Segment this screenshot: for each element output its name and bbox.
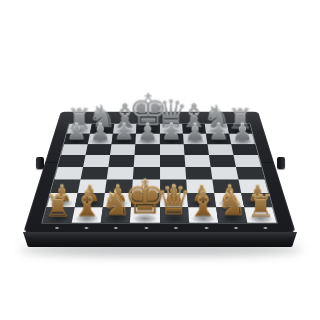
square-g5 xyxy=(209,155,236,167)
chess-board-frame: ♜♞♝♚♛♝♞♜♟♟♟♟♟♟♟♟♟♟♟♟♟♟♟♟♜♝♞♚♛♝♞♜ xyxy=(23,112,296,233)
square-a6 xyxy=(61,144,88,155)
rivet-dot-icon xyxy=(264,227,268,229)
square-a5 xyxy=(58,155,86,167)
square-h1: ♜ xyxy=(244,207,276,222)
square-h6 xyxy=(231,144,258,155)
square-h5 xyxy=(233,155,261,167)
square-h4 xyxy=(236,167,265,180)
square-g6 xyxy=(207,144,233,155)
square-c6 xyxy=(110,144,135,155)
chess-board-grid: ♜♞♝♚♛♝♞♜♟♟♟♟♟♟♟♟♟♟♟♟♟♟♟♟♜♝♞♚♛♝♞♜ xyxy=(41,124,278,224)
square-d6 xyxy=(135,144,160,155)
rivet-dot-icon xyxy=(204,227,208,229)
rivet-dot-icon xyxy=(115,227,119,229)
board-frame-front xyxy=(23,232,297,247)
square-e5 xyxy=(160,155,185,167)
square-b6 xyxy=(86,144,112,155)
rivet-dot-icon xyxy=(55,227,59,229)
rivet-dot-icon xyxy=(234,227,238,229)
rivet-dot-icon xyxy=(85,227,89,229)
square-e6 xyxy=(160,144,185,155)
rivet-dot-icon xyxy=(145,227,149,229)
square-a4 xyxy=(54,167,83,180)
square-d5 xyxy=(134,155,159,167)
gold-rook-piece: ♜ xyxy=(227,190,297,221)
square-h7: ♟ xyxy=(229,134,255,144)
square-c5 xyxy=(109,155,135,167)
product-photo-stage: ♜♞♝♚♛♝♞♜♟♟♟♟♟♟♟♟♟♟♟♟♟♟♟♟♜♝♞♚♛♝♞♜ xyxy=(0,0,320,320)
square-f6 xyxy=(183,144,208,155)
fold-seam-surface xyxy=(58,167,262,168)
square-b4 xyxy=(81,167,109,180)
square-g4 xyxy=(210,167,238,180)
silver-pawn-piece: ♟ xyxy=(214,120,271,144)
square-f5 xyxy=(184,155,210,167)
hinge-clasp-left xyxy=(36,157,44,169)
hinge-clasp-right xyxy=(277,157,285,169)
rivet-dot-icon xyxy=(174,227,178,229)
square-b5 xyxy=(83,155,110,167)
